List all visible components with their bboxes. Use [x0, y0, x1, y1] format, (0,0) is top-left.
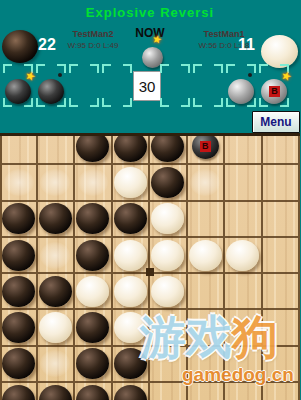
- board-cell[interactable]: [75, 347, 113, 383]
- black-disc: [114, 133, 147, 162]
- black-disc: [2, 312, 35, 343]
- black-disc: [76, 133, 109, 162]
- board-cell[interactable]: [113, 383, 151, 400]
- hint-spot: [40, 350, 70, 377]
- board-cell[interactable]: [75, 310, 113, 346]
- fuse-icon: [248, 73, 252, 77]
- board-cell[interactable]: [263, 347, 301, 383]
- board-cell[interactable]: [38, 238, 76, 274]
- board-cell[interactable]: [225, 310, 263, 346]
- spark-icon: ★: [151, 32, 163, 47]
- game-board: ★B 游戏狗 gamedog.cn: [0, 133, 300, 400]
- board-cell[interactable]: [188, 238, 226, 274]
- white-disc: [39, 312, 72, 343]
- board-cell[interactable]: [38, 310, 76, 346]
- board-cell[interactable]: [0, 347, 38, 383]
- black-disc: [76, 203, 109, 234]
- board-cell[interactable]: [188, 165, 226, 201]
- white-disc: [189, 240, 222, 271]
- board-cell[interactable]: [188, 310, 226, 346]
- board-cell[interactable]: [150, 202, 188, 238]
- board-cell[interactable]: [0, 274, 38, 310]
- board-cell[interactable]: [113, 347, 151, 383]
- board-cell[interactable]: [150, 383, 188, 400]
- black-disc: [2, 385, 35, 400]
- header-panel: Explosive Reversi 22 TestMan2 W:95 D:0 L…: [0, 0, 300, 133]
- bomb-b-label: B: [269, 86, 280, 97]
- white-disc: [114, 240, 147, 271]
- fuse-icon: [58, 73, 62, 77]
- board-grid: ★B: [0, 133, 300, 400]
- board-cell[interactable]: [150, 238, 188, 274]
- board-cell[interactable]: [0, 238, 38, 274]
- black-disc: [2, 240, 35, 271]
- board-cell[interactable]: [0, 165, 38, 201]
- board-cell[interactable]: [0, 133, 38, 165]
- black-disc: [151, 167, 184, 198]
- bomb-slot[interactable]: [160, 64, 190, 107]
- board-cell[interactable]: [75, 133, 113, 165]
- board-cell[interactable]: [263, 202, 301, 238]
- board-cell[interactable]: [0, 310, 38, 346]
- board-cell[interactable]: ★B: [188, 133, 226, 165]
- board-cell[interactable]: [38, 383, 76, 400]
- spark-icon: ★: [279, 68, 294, 85]
- board-cell[interactable]: [0, 202, 38, 238]
- player-left-name: TestMan2: [56, 29, 130, 39]
- black-player-disc-icon: [2, 30, 38, 63]
- app-window: Explosive Reversi 22 TestMan2 W:95 D:0 L…: [0, 0, 300, 400]
- bomb-slot[interactable]: ★: [3, 64, 33, 107]
- hint-spot: [4, 169, 34, 196]
- hint-spot: [78, 169, 108, 196]
- star-point: [146, 268, 154, 276]
- board-cell[interactable]: [113, 165, 151, 201]
- white-disc: [114, 312, 147, 343]
- hint-spot: [40, 169, 70, 196]
- board-cell[interactable]: [38, 347, 76, 383]
- board-cell[interactable]: [263, 274, 301, 310]
- black-disc: [39, 385, 72, 400]
- black-disc: [39, 203, 72, 234]
- bomb-slot[interactable]: [69, 64, 99, 107]
- board-cell[interactable]: [113, 274, 151, 310]
- board-cell[interactable]: [38, 165, 76, 201]
- board-cell[interactable]: [38, 133, 76, 165]
- board-cell[interactable]: [263, 238, 301, 274]
- black-disc: [2, 348, 35, 379]
- board-cell[interactable]: [150, 165, 188, 201]
- black-score: 22: [38, 36, 56, 54]
- board-cell[interactable]: [75, 165, 113, 201]
- black-disc: [76, 385, 109, 400]
- board-cell[interactable]: [150, 347, 188, 383]
- hint-spot: [40, 242, 70, 269]
- board-cell[interactable]: [225, 238, 263, 274]
- board-cell[interactable]: [225, 165, 263, 201]
- white-disc: [151, 203, 184, 234]
- board-cell[interactable]: [113, 202, 151, 238]
- black-disc: [2, 203, 35, 234]
- board-cell[interactable]: [225, 202, 263, 238]
- board-cell[interactable]: [113, 238, 151, 274]
- white-disc: [114, 167, 147, 198]
- board-cell[interactable]: [75, 274, 113, 310]
- black-disc: [114, 203, 147, 234]
- board-cell[interactable]: [225, 274, 263, 310]
- board-cell[interactable]: [75, 238, 113, 274]
- black-disc: [114, 385, 147, 400]
- black-disc: [114, 348, 147, 379]
- hint-spot: [190, 169, 220, 196]
- player-left-block: TestMan2 W:95 D:0 L:49: [56, 29, 130, 50]
- turn-indicator: NOW: [128, 26, 172, 40]
- white-score: 11: [238, 36, 255, 54]
- board-cell[interactable]: [263, 383, 301, 400]
- bomb-slot[interactable]: [102, 64, 132, 107]
- black-disc: [76, 348, 109, 379]
- bomb-b-label: B: [200, 141, 211, 152]
- board-cell[interactable]: [263, 165, 301, 201]
- black-disc: [39, 276, 72, 307]
- board-cell[interactable]: [150, 133, 188, 165]
- move-counter: 30: [133, 71, 161, 101]
- white-disc: [151, 240, 184, 271]
- board-cell[interactable]: [0, 383, 38, 400]
- black-bomb-icon: [38, 79, 64, 104]
- white-disc: [76, 276, 109, 307]
- board-cell[interactable]: [225, 383, 263, 400]
- player-left-record: W:95 D:0 L:49: [56, 41, 130, 50]
- spark-icon: ★: [211, 133, 226, 138]
- silver-bomb-icon: [228, 79, 254, 104]
- board-cell[interactable]: [188, 202, 226, 238]
- black-disc: [76, 312, 109, 343]
- black-bomb-icon: ★: [5, 79, 31, 104]
- board-bomb-piece: ★B: [192, 133, 219, 159]
- board-cell[interactable]: [75, 383, 113, 400]
- board-cell[interactable]: [150, 310, 188, 346]
- black-disc: [2, 276, 35, 307]
- board-cell[interactable]: [188, 383, 226, 400]
- menu-button[interactable]: Menu: [252, 111, 300, 133]
- board-cell[interactable]: [263, 133, 301, 165]
- board-cell[interactable]: [113, 310, 151, 346]
- board-cell[interactable]: [150, 274, 188, 310]
- board-cell[interactable]: [38, 274, 76, 310]
- board-cell[interactable]: [225, 347, 263, 383]
- board-cell[interactable]: [75, 202, 113, 238]
- board-cell[interactable]: [38, 202, 76, 238]
- black-disc: [151, 133, 184, 162]
- silver-bomb-icon: ★B: [261, 79, 287, 104]
- board-cell[interactable]: [225, 133, 263, 165]
- bomb-slot[interactable]: [36, 64, 66, 107]
- white-disc: [151, 276, 184, 307]
- black-disc: [76, 240, 109, 271]
- bomb-slot[interactable]: ★B: [259, 64, 289, 107]
- board-cell[interactable]: [188, 347, 226, 383]
- bomb-slot[interactable]: [226, 64, 256, 107]
- board-cell[interactable]: [188, 274, 226, 310]
- board-cell[interactable]: [263, 310, 301, 346]
- board-cell[interactable]: [113, 133, 151, 165]
- white-disc: [114, 276, 147, 307]
- white-disc: [226, 240, 259, 271]
- bomb-slot[interactable]: [193, 64, 223, 107]
- app-title: Explosive Reversi: [0, 5, 300, 20]
